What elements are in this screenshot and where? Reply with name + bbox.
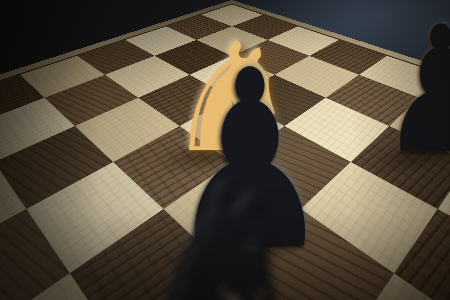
chess-board: [0, 0, 450, 162]
board-frame: [0, 0, 450, 162]
chessboard-photo: ♞♟♟♞: [0, 0, 450, 300]
